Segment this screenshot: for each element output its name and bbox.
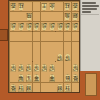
gote-piece-stand[interactable]: [0, 29, 8, 42]
app-window: 香桂王金桂香飛角銀歩歩歩歩歩歩歩歩歩歩歩歩歩歩歩歩歩歩角玉金金飛香香桂銀銀桂: [0, 0, 100, 100]
shogi-piece[interactable]: 歩: [72, 23, 78, 31]
move-list-line: [82, 11, 91, 13]
shogi-piece[interactable]: 桂: [18, 84, 24, 92]
move-list-line: [82, 8, 97, 10]
star-point: [32, 31, 33, 32]
shogi-piece[interactable]: 香: [10, 84, 16, 92]
shogi-piece[interactable]: 歩: [72, 64, 78, 72]
move-list-line: [82, 2, 96, 4]
shogi-piece[interactable]: 銀: [72, 13, 78, 21]
sente-piece-stand[interactable]: [85, 73, 98, 96]
shogi-piece[interactable]: 玉: [26, 74, 32, 82]
shogi-piece[interactable]: 桂: [18, 3, 24, 11]
move-list-line: [82, 5, 99, 7]
shogi-piece[interactable]: 歩: [41, 23, 47, 31]
shogi-piece[interactable]: 飛: [64, 74, 70, 82]
shogi-piece[interactable]: 香: [72, 74, 78, 82]
shogi-piece[interactable]: 銀: [26, 84, 32, 92]
shogi-piece[interactable]: 香: [10, 3, 16, 11]
star-point: [32, 61, 33, 62]
shogi-piece[interactable]: 歩: [49, 64, 55, 72]
shogi-piece[interactable]: 歩: [10, 64, 16, 72]
shogi-piece[interactable]: 歩: [18, 23, 24, 31]
shogi-piece[interactable]: 桂: [64, 84, 70, 92]
shogi-piece[interactable]: 歩: [26, 23, 32, 31]
shogi-piece[interactable]: 角: [64, 13, 70, 21]
shogi-piece[interactable]: 歩: [64, 53, 70, 61]
star-point: [55, 31, 56, 32]
shogi-piece[interactable]: 歩: [57, 23, 63, 31]
shogi-piece[interactable]: 歩: [18, 64, 24, 72]
shogi-piece[interactable]: 香: [72, 3, 78, 11]
shogi-piece[interactable]: 飛: [26, 13, 32, 21]
shogi-piece[interactable]: 角: [18, 74, 24, 82]
shogi-piece[interactable]: 金: [49, 3, 55, 11]
shogi-piece[interactable]: 歩: [41, 64, 47, 72]
shogi-piece[interactable]: 歩: [26, 64, 32, 72]
shogi-piece[interactable]: 銀: [57, 84, 63, 92]
board-grid[interactable]: 香桂王金桂香飛角銀歩歩歩歩歩歩歩歩歩歩歩歩歩歩歩歩歩歩角玉金金飛香香桂銀銀桂: [9, 1, 79, 92]
shogi-piece[interactable]: 歩: [64, 23, 70, 31]
shogi-piece[interactable]: 歩: [10, 23, 16, 31]
shogi-board[interactable]: 香桂王金桂香飛角銀歩歩歩歩歩歩歩歩歩歩歩歩歩歩歩歩歩歩角玉金金飛香香桂銀銀桂: [8, 0, 79, 92]
shogi-piece[interactable]: 金: [33, 74, 39, 82]
shogi-piece[interactable]: 歩: [49, 23, 55, 31]
kifu-panel[interactable]: [80, 0, 100, 71]
shogi-piece[interactable]: 桂: [64, 3, 70, 11]
shogi-piece[interactable]: 歩: [33, 64, 39, 72]
shogi-piece[interactable]: 金: [49, 74, 55, 82]
star-point: [55, 61, 56, 62]
shogi-piece[interactable]: 歩: [33, 23, 39, 31]
shogi-piece[interactable]: 歩: [57, 53, 63, 61]
shogi-piece[interactable]: 王: [41, 3, 47, 11]
panel-divider: [81, 14, 99, 15]
